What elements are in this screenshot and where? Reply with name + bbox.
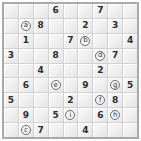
cell-r9c9[interactable] — [123, 123, 137, 137]
cell-r7c9[interactable] — [123, 93, 137, 107]
cell-r7c4[interactable] — [49, 93, 63, 107]
circled-letter-g: g — [110, 80, 120, 90]
cell-r8c9[interactable] — [123, 108, 137, 122]
cell-r2c9[interactable] — [123, 19, 137, 33]
circled-letter-b: b — [80, 36, 90, 46]
cell-r9c3[interactable]: 7 — [34, 123, 48, 137]
cell-r6c5[interactable] — [64, 78, 78, 92]
cell-r9c4[interactable] — [49, 123, 63, 137]
cell-r2c6[interactable]: 2 — [78, 19, 92, 33]
cell-r7c3[interactable] — [34, 93, 48, 107]
given-digit: 5 — [52, 111, 58, 120]
cell-r7c8[interactable]: 8 — [108, 93, 122, 107]
cell-r1c1[interactable] — [4, 4, 18, 18]
given-digit: 6 — [97, 111, 103, 120]
cell-r2c2[interactable]: a — [19, 19, 33, 33]
cell-r7c2[interactable] — [19, 93, 33, 107]
cell-r8c1[interactable] — [4, 108, 18, 122]
given-digit: 8 — [38, 21, 44, 30]
cell-r9c8[interactable] — [108, 123, 122, 137]
given-digit: 2 — [82, 21, 88, 30]
circled-letter-h: h — [110, 110, 120, 120]
cell-r6c8[interactable]: g — [108, 78, 122, 92]
cell-r6c4[interactable]: e — [49, 78, 63, 92]
cell-r5c9[interactable] — [123, 64, 137, 78]
cell-r3c2[interactable]: 1 — [19, 34, 33, 48]
cell-r4c4[interactable]: 8 — [49, 49, 63, 63]
cell-r1c7[interactable]: 7 — [93, 4, 107, 18]
circled-letter-c: c — [21, 125, 31, 135]
cell-r3c3[interactable] — [34, 34, 48, 48]
cell-r9c5[interactable] — [64, 123, 78, 137]
cell-r2c7[interactable] — [93, 19, 107, 33]
cell-r9c1[interactable] — [4, 123, 18, 137]
cell-r5c8[interactable] — [108, 64, 122, 78]
given-digit: 7 — [38, 126, 44, 135]
cell-r3c9[interactable]: 4 — [123, 34, 137, 48]
circled-letter-i: i — [65, 110, 75, 120]
given-digit: 1 — [23, 36, 29, 45]
cell-r4c9[interactable] — [123, 49, 137, 63]
circled-letter-f: f — [95, 95, 105, 105]
given-digit: 5 — [8, 96, 14, 105]
cell-r6c6[interactable]: 9 — [78, 78, 92, 92]
cell-r9c2[interactable]: c — [19, 123, 33, 137]
cell-r4c3[interactable] — [34, 49, 48, 63]
given-digit: 3 — [8, 51, 14, 60]
cell-r2c3[interactable]: 8 — [34, 19, 48, 33]
cell-r2c4[interactable] — [49, 19, 63, 33]
cell-r5c3[interactable]: 4 — [34, 64, 48, 78]
cell-r7c6[interactable] — [78, 93, 92, 107]
sudoku-board: 67a82317b438d7426e9g552f895i6hc74 — [2, 2, 139, 139]
given-digit: 3 — [112, 21, 118, 30]
cell-r7c1[interactable]: 5 — [4, 93, 18, 107]
cell-r8c4[interactable]: 5 — [49, 108, 63, 122]
cell-r1c2[interactable] — [19, 4, 33, 18]
given-digit: 6 — [52, 6, 58, 15]
cell-r1c9[interactable] — [123, 4, 137, 18]
cell-r3c1[interactable] — [4, 34, 18, 48]
cell-r1c6[interactable] — [78, 4, 92, 18]
circled-letter-e: e — [51, 80, 61, 90]
given-digit: 2 — [97, 66, 103, 75]
given-digit: 8 — [52, 51, 58, 60]
cell-r3c5[interactable]: 7 — [64, 34, 78, 48]
cell-r4c7[interactable]: d — [93, 49, 107, 63]
given-digit: 2 — [67, 96, 73, 105]
cell-r3c7[interactable] — [93, 34, 107, 48]
cell-r5c4[interactable] — [49, 64, 63, 78]
given-digit: 6 — [23, 81, 29, 90]
cell-r6c2[interactable]: 6 — [19, 78, 33, 92]
cell-r6c9[interactable]: 5 — [123, 78, 137, 92]
cell-r5c7[interactable]: 2 — [93, 64, 107, 78]
cell-r8c7[interactable]: 6 — [93, 108, 107, 122]
cell-r7c5[interactable]: 2 — [64, 93, 78, 107]
cell-r1c8[interactable] — [108, 4, 122, 18]
cell-r3c8[interactable] — [108, 34, 122, 48]
cell-r3c4[interactable] — [49, 34, 63, 48]
cell-r4c5[interactable] — [64, 49, 78, 63]
circled-letter-a: a — [21, 21, 31, 31]
given-digit: 4 — [38, 66, 44, 75]
cell-r6c3[interactable] — [34, 78, 48, 92]
cell-r5c5[interactable] — [64, 64, 78, 78]
cell-r1c3[interactable] — [34, 4, 48, 18]
given-digit: 5 — [127, 81, 133, 90]
cell-r1c5[interactable] — [64, 4, 78, 18]
given-digit: 4 — [127, 36, 133, 45]
cell-r5c2[interactable] — [19, 64, 33, 78]
cell-r8c6[interactable] — [78, 108, 92, 122]
circled-letter-d: d — [95, 51, 105, 61]
cell-r8c8[interactable]: h — [108, 108, 122, 122]
cell-r6c7[interactable] — [93, 78, 107, 92]
cell-r8c5[interactable]: i — [64, 108, 78, 122]
given-digit: 7 — [112, 51, 118, 60]
cell-r2c5[interactable] — [64, 19, 78, 33]
cell-r9c7[interactable] — [93, 123, 107, 137]
cell-r4c6[interactable] — [78, 49, 92, 63]
sudoku-grid: 67a82317b438d7426e9g552f895i6hc74 — [4, 4, 137, 137]
cell-r4c8[interactable]: 7 — [108, 49, 122, 63]
cell-r8c3[interactable] — [34, 108, 48, 122]
cell-r6c1[interactable] — [4, 78, 18, 92]
cell-r8c2[interactable]: 9 — [19, 108, 33, 122]
given-digit: 4 — [82, 126, 88, 135]
cell-r3c6[interactable]: b — [78, 34, 92, 48]
cell-r4c2[interactable] — [19, 49, 33, 63]
given-digit: 7 — [67, 36, 73, 45]
given-digit: 8 — [112, 96, 118, 105]
cell-r4c1[interactable]: 3 — [4, 49, 18, 63]
cell-r5c6[interactable] — [78, 64, 92, 78]
cell-r7c7[interactable]: f — [93, 93, 107, 107]
cell-r2c1[interactable] — [4, 19, 18, 33]
given-digit: 9 — [82, 81, 88, 90]
cell-r5c1[interactable] — [4, 64, 18, 78]
cell-r2c8[interactable]: 3 — [108, 19, 122, 33]
given-digit: 7 — [97, 6, 103, 15]
cell-r1c4[interactable]: 6 — [49, 4, 63, 18]
cell-r9c6[interactable]: 4 — [78, 123, 92, 137]
given-digit: 9 — [23, 111, 29, 120]
